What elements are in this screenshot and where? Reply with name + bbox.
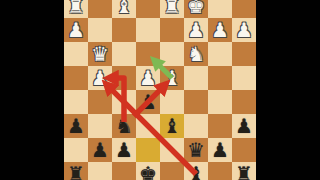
square-g8[interactable] <box>88 162 112 180</box>
white-knight-c3: ♞ <box>187 42 205 66</box>
square-e5[interactable]: ♟ <box>136 90 160 114</box>
square-e4[interactable]: ♟ <box>136 66 160 90</box>
white-pawn-c2: ♟ <box>187 18 205 42</box>
letterbox-right <box>256 0 320 180</box>
square-d7[interactable] <box>160 138 184 162</box>
square-a1[interactable] <box>232 0 256 18</box>
black-rook-a8: ♜ <box>235 162 253 180</box>
white-rook-h1: ♜ <box>67 0 85 18</box>
square-g3[interactable]: ♛ <box>88 42 112 66</box>
square-a2[interactable]: ♟ <box>232 18 256 42</box>
white-king-c1: ♚ <box>187 0 205 18</box>
square-a8[interactable]: ♜ <box>232 162 256 180</box>
square-b7[interactable]: ♟ <box>208 138 232 162</box>
square-f5[interactable] <box>112 90 136 114</box>
square-h4[interactable] <box>64 66 88 90</box>
square-e7[interactable] <box>136 138 160 162</box>
black-pawn-f7: ♟ <box>115 138 133 162</box>
square-a5[interactable] <box>232 90 256 114</box>
black-queen-c7: ♛ <box>187 138 205 162</box>
white-pawn-b2: ♟ <box>211 18 229 42</box>
black-pawn-e5: ♟ <box>139 90 157 114</box>
square-h7[interactable] <box>64 138 88 162</box>
square-g5[interactable] <box>88 90 112 114</box>
white-pawn-e4: ♟ <box>139 66 157 90</box>
square-f4[interactable] <box>112 66 136 90</box>
square-b4[interactable] <box>208 66 232 90</box>
white-pawn-g4: ♟ <box>91 66 109 90</box>
square-c5[interactable] <box>184 90 208 114</box>
black-pawn-h6: ♟ <box>67 114 85 138</box>
square-e6[interactable] <box>136 114 160 138</box>
square-h5[interactable] <box>64 90 88 114</box>
square-a4[interactable] <box>232 66 256 90</box>
black-bishop-c8: ♝ <box>187 162 205 180</box>
black-pawn-b7: ♟ <box>211 138 229 162</box>
square-b3[interactable] <box>208 42 232 66</box>
square-g2[interactable] <box>88 18 112 42</box>
square-b1[interactable] <box>208 0 232 18</box>
square-h2[interactable]: ♟ <box>64 18 88 42</box>
square-c2[interactable]: ♟ <box>184 18 208 42</box>
square-f1[interactable]: ♝ <box>112 0 136 18</box>
square-g7[interactable]: ♟ <box>88 138 112 162</box>
square-d6[interactable]: ♝ <box>160 114 184 138</box>
square-d1[interactable]: ♜ <box>160 0 184 18</box>
video-frame: ♜♝♜♚♟♟♟♟♛♞♟♟♝♟♟♞♝♟♟♟♛♟♜♚♝♜ <box>0 0 320 180</box>
white-bishop-f1: ♝ <box>115 0 133 18</box>
square-f7[interactable]: ♟ <box>112 138 136 162</box>
square-g6[interactable] <box>88 114 112 138</box>
white-queen-g3: ♛ <box>91 42 109 66</box>
square-c1[interactable]: ♚ <box>184 0 208 18</box>
square-h1[interactable]: ♜ <box>64 0 88 18</box>
square-e1[interactable] <box>136 0 160 18</box>
square-e2[interactable] <box>136 18 160 42</box>
white-bishop-d4: ♝ <box>163 66 181 90</box>
square-h3[interactable] <box>64 42 88 66</box>
square-b8[interactable] <box>208 162 232 180</box>
white-pawn-a2: ♟ <box>235 18 253 42</box>
black-king-e8: ♚ <box>139 162 157 180</box>
square-c8[interactable]: ♝ <box>184 162 208 180</box>
square-f3[interactable] <box>112 42 136 66</box>
square-e8[interactable]: ♚ <box>136 162 160 180</box>
square-c4[interactable] <box>184 66 208 90</box>
square-a7[interactable] <box>232 138 256 162</box>
black-bishop-d6: ♝ <box>163 114 181 138</box>
square-f2[interactable] <box>112 18 136 42</box>
square-f6[interactable]: ♞ <box>112 114 136 138</box>
square-f8[interactable] <box>112 162 136 180</box>
square-a3[interactable] <box>232 42 256 66</box>
black-knight-f6: ♞ <box>115 114 133 138</box>
square-d5[interactable] <box>160 90 184 114</box>
square-g4[interactable]: ♟ <box>88 66 112 90</box>
black-rook-h8: ♜ <box>67 162 85 180</box>
square-b5[interactable] <box>208 90 232 114</box>
black-pawn-a6: ♟ <box>235 114 253 138</box>
square-e3[interactable] <box>136 42 160 66</box>
square-c6[interactable] <box>184 114 208 138</box>
square-d2[interactable] <box>160 18 184 42</box>
square-h8[interactable]: ♜ <box>64 162 88 180</box>
square-d3[interactable] <box>160 42 184 66</box>
white-pawn-h2: ♟ <box>67 18 85 42</box>
chess-board[interactable]: ♜♝♜♚♟♟♟♟♛♞♟♟♝♟♟♞♝♟♟♟♛♟♜♚♝♜ <box>64 0 256 180</box>
square-b6[interactable] <box>208 114 232 138</box>
square-c3[interactable]: ♞ <box>184 42 208 66</box>
square-h6[interactable]: ♟ <box>64 114 88 138</box>
square-g1[interactable] <box>88 0 112 18</box>
letterbox-left <box>0 0 64 180</box>
square-d8[interactable] <box>160 162 184 180</box>
square-a6[interactable]: ♟ <box>232 114 256 138</box>
black-pawn-g7: ♟ <box>91 138 109 162</box>
square-b2[interactable]: ♟ <box>208 18 232 42</box>
square-c7[interactable]: ♛ <box>184 138 208 162</box>
white-rook-d1: ♜ <box>163 0 181 18</box>
square-d4[interactable]: ♝ <box>160 66 184 90</box>
